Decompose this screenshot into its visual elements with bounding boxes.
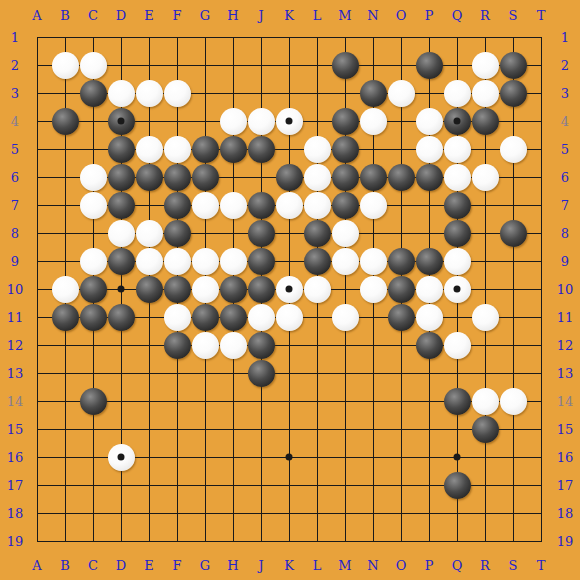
intersection-O4[interactable]: [387, 107, 415, 135]
intersection-M10[interactable]: [331, 275, 359, 303]
intersection-N13[interactable]: [359, 359, 387, 387]
intersection-Q3[interactable]: [443, 79, 471, 107]
intersection-T17[interactable]: [527, 471, 555, 499]
intersection-M5[interactable]: [331, 135, 359, 163]
intersection-J7[interactable]: [247, 191, 275, 219]
intersection-K14[interactable]: [275, 387, 303, 415]
intersection-Q5[interactable]: [443, 135, 471, 163]
intersection-H9[interactable]: [219, 247, 247, 275]
intersection-J11[interactable]: [247, 303, 275, 331]
intersection-M15[interactable]: [331, 415, 359, 443]
intersection-R19[interactable]: [471, 527, 499, 555]
intersection-H18[interactable]: [219, 499, 247, 527]
intersection-D8[interactable]: [107, 219, 135, 247]
intersection-B9[interactable]: [51, 247, 79, 275]
intersection-G2[interactable]: [191, 51, 219, 79]
intersection-F11[interactable]: [163, 303, 191, 331]
intersection-F9[interactable]: [163, 247, 191, 275]
intersection-D18[interactable]: [107, 499, 135, 527]
intersection-K12[interactable]: [275, 331, 303, 359]
intersection-H10[interactable]: [219, 275, 247, 303]
intersection-O14[interactable]: [387, 387, 415, 415]
intersection-H19[interactable]: [219, 527, 247, 555]
intersection-N18[interactable]: [359, 499, 387, 527]
intersection-S12[interactable]: [499, 331, 527, 359]
intersection-T15[interactable]: [527, 415, 555, 443]
intersection-N11[interactable]: [359, 303, 387, 331]
intersection-T13[interactable]: [527, 359, 555, 387]
intersection-J13[interactable]: [247, 359, 275, 387]
intersection-H4[interactable]: [219, 107, 247, 135]
intersection-P13[interactable]: [415, 359, 443, 387]
intersection-L19[interactable]: [303, 527, 331, 555]
intersection-O7[interactable]: [387, 191, 415, 219]
intersection-K17[interactable]: [275, 471, 303, 499]
intersection-C13[interactable]: [79, 359, 107, 387]
intersection-G4[interactable]: [191, 107, 219, 135]
intersection-A1[interactable]: [23, 23, 51, 51]
intersection-M1[interactable]: [331, 23, 359, 51]
intersection-R5[interactable]: [471, 135, 499, 163]
intersection-T16[interactable]: [527, 443, 555, 471]
intersection-R9[interactable]: [471, 247, 499, 275]
intersection-F18[interactable]: [163, 499, 191, 527]
intersection-B12[interactable]: [51, 331, 79, 359]
intersection-R6[interactable]: [471, 163, 499, 191]
intersection-R11[interactable]: [471, 303, 499, 331]
intersection-D6[interactable]: [107, 163, 135, 191]
intersection-M7[interactable]: [331, 191, 359, 219]
intersection-R2[interactable]: [471, 51, 499, 79]
intersection-A11[interactable]: [23, 303, 51, 331]
intersection-K11[interactable]: [275, 303, 303, 331]
intersection-G19[interactable]: [191, 527, 219, 555]
intersection-F6[interactable]: [163, 163, 191, 191]
intersection-D19[interactable]: [107, 527, 135, 555]
intersection-R16[interactable]: [471, 443, 499, 471]
intersection-Q1[interactable]: [443, 23, 471, 51]
intersection-A5[interactable]: [23, 135, 51, 163]
intersection-M14[interactable]: [331, 387, 359, 415]
intersection-E5[interactable]: [135, 135, 163, 163]
intersection-S10[interactable]: [499, 275, 527, 303]
intersection-F16[interactable]: [163, 443, 191, 471]
intersection-T19[interactable]: [527, 527, 555, 555]
intersection-S18[interactable]: [499, 499, 527, 527]
intersection-H14[interactable]: [219, 387, 247, 415]
intersection-A8[interactable]: [23, 219, 51, 247]
intersection-S15[interactable]: [499, 415, 527, 443]
intersection-A6[interactable]: [23, 163, 51, 191]
intersection-M11[interactable]: [331, 303, 359, 331]
intersection-B14[interactable]: [51, 387, 79, 415]
intersection-A10[interactable]: [23, 275, 51, 303]
intersection-B19[interactable]: [51, 527, 79, 555]
intersection-P5[interactable]: [415, 135, 443, 163]
intersection-A15[interactable]: [23, 415, 51, 443]
intersection-C12[interactable]: [79, 331, 107, 359]
intersection-R4[interactable]: [471, 107, 499, 135]
intersection-L18[interactable]: [303, 499, 331, 527]
intersection-D3[interactable]: [107, 79, 135, 107]
intersection-A3[interactable]: [23, 79, 51, 107]
intersection-G5[interactable]: [191, 135, 219, 163]
intersection-N17[interactable]: [359, 471, 387, 499]
intersection-M2[interactable]: [331, 51, 359, 79]
intersection-R13[interactable]: [471, 359, 499, 387]
intersection-C19[interactable]: [79, 527, 107, 555]
intersection-R18[interactable]: [471, 499, 499, 527]
intersection-J16[interactable]: [247, 443, 275, 471]
intersection-K7[interactable]: [275, 191, 303, 219]
intersection-F4[interactable]: [163, 107, 191, 135]
intersection-Q2[interactable]: [443, 51, 471, 79]
intersection-J19[interactable]: [247, 527, 275, 555]
intersection-E11[interactable]: [135, 303, 163, 331]
intersection-L2[interactable]: [303, 51, 331, 79]
intersection-T7[interactable]: [527, 191, 555, 219]
intersection-Q7[interactable]: [443, 191, 471, 219]
intersection-M16[interactable]: [331, 443, 359, 471]
intersection-T6[interactable]: [527, 163, 555, 191]
intersection-O9[interactable]: [387, 247, 415, 275]
intersection-T10[interactable]: [527, 275, 555, 303]
intersection-J1[interactable]: [247, 23, 275, 51]
intersection-A12[interactable]: [23, 331, 51, 359]
intersection-N6[interactable]: [359, 163, 387, 191]
intersection-C8[interactable]: [79, 219, 107, 247]
intersection-G14[interactable]: [191, 387, 219, 415]
intersection-K5[interactable]: [275, 135, 303, 163]
intersection-B1[interactable]: [51, 23, 79, 51]
intersection-H5[interactable]: [219, 135, 247, 163]
intersection-B7[interactable]: [51, 191, 79, 219]
intersection-L10[interactable]: [303, 275, 331, 303]
intersection-G1[interactable]: [191, 23, 219, 51]
intersection-K1[interactable]: [275, 23, 303, 51]
intersection-O13[interactable]: [387, 359, 415, 387]
intersection-A16[interactable]: [23, 443, 51, 471]
intersection-S17[interactable]: [499, 471, 527, 499]
intersection-R3[interactable]: [471, 79, 499, 107]
intersection-L14[interactable]: [303, 387, 331, 415]
intersection-J8[interactable]: [247, 219, 275, 247]
intersection-G9[interactable]: [191, 247, 219, 275]
intersection-P15[interactable]: [415, 415, 443, 443]
intersection-K9[interactable]: [275, 247, 303, 275]
intersection-C9[interactable]: [79, 247, 107, 275]
intersection-J2[interactable]: [247, 51, 275, 79]
intersection-J3[interactable]: [247, 79, 275, 107]
intersection-E1[interactable]: [135, 23, 163, 51]
intersection-D7[interactable]: [107, 191, 135, 219]
intersection-C1[interactable]: [79, 23, 107, 51]
intersection-O11[interactable]: [387, 303, 415, 331]
intersection-D15[interactable]: [107, 415, 135, 443]
intersection-P11[interactable]: [415, 303, 443, 331]
intersection-P9[interactable]: [415, 247, 443, 275]
intersection-B8[interactable]: [51, 219, 79, 247]
intersection-R7[interactable]: [471, 191, 499, 219]
intersection-N4[interactable]: [359, 107, 387, 135]
intersection-B4[interactable]: [51, 107, 79, 135]
intersection-P6[interactable]: [415, 163, 443, 191]
intersection-D17[interactable]: [107, 471, 135, 499]
intersection-E6[interactable]: [135, 163, 163, 191]
intersection-L8[interactable]: [303, 219, 331, 247]
intersection-K18[interactable]: [275, 499, 303, 527]
intersection-M4[interactable]: [331, 107, 359, 135]
intersection-F13[interactable]: [163, 359, 191, 387]
intersection-D13[interactable]: [107, 359, 135, 387]
intersection-H1[interactable]: [219, 23, 247, 51]
intersection-J14[interactable]: [247, 387, 275, 415]
intersection-E13[interactable]: [135, 359, 163, 387]
intersection-M18[interactable]: [331, 499, 359, 527]
intersection-G6[interactable]: [191, 163, 219, 191]
intersection-C4[interactable]: [79, 107, 107, 135]
intersection-A18[interactable]: [23, 499, 51, 527]
intersection-E17[interactable]: [135, 471, 163, 499]
intersection-M6[interactable]: [331, 163, 359, 191]
intersection-R15[interactable]: [471, 415, 499, 443]
intersection-N9[interactable]: [359, 247, 387, 275]
intersection-N14[interactable]: [359, 387, 387, 415]
intersection-D2[interactable]: [107, 51, 135, 79]
intersection-R10[interactable]: [471, 275, 499, 303]
intersection-B15[interactable]: [51, 415, 79, 443]
intersection-H13[interactable]: [219, 359, 247, 387]
intersection-O18[interactable]: [387, 499, 415, 527]
intersection-D11[interactable]: [107, 303, 135, 331]
intersection-K3[interactable]: [275, 79, 303, 107]
intersection-P10[interactable]: [415, 275, 443, 303]
intersection-Q14[interactable]: [443, 387, 471, 415]
intersection-F8[interactable]: [163, 219, 191, 247]
intersection-Q19[interactable]: [443, 527, 471, 555]
intersection-M17[interactable]: [331, 471, 359, 499]
intersection-R8[interactable]: [471, 219, 499, 247]
intersection-R14[interactable]: [471, 387, 499, 415]
intersection-E19[interactable]: [135, 527, 163, 555]
intersection-O2[interactable]: [387, 51, 415, 79]
intersection-G10[interactable]: [191, 275, 219, 303]
intersection-C14[interactable]: [79, 387, 107, 415]
intersection-C10[interactable]: [79, 275, 107, 303]
intersection-T5[interactable]: [527, 135, 555, 163]
intersection-A9[interactable]: [23, 247, 51, 275]
intersection-G17[interactable]: [191, 471, 219, 499]
intersection-B16[interactable]: [51, 443, 79, 471]
intersection-B2[interactable]: [51, 51, 79, 79]
intersection-M13[interactable]: [331, 359, 359, 387]
intersection-H12[interactable]: [219, 331, 247, 359]
intersection-C3[interactable]: [79, 79, 107, 107]
intersection-P2[interactable]: [415, 51, 443, 79]
intersection-R1[interactable]: [471, 23, 499, 51]
intersection-M19[interactable]: [331, 527, 359, 555]
intersection-N8[interactable]: [359, 219, 387, 247]
intersection-O3[interactable]: [387, 79, 415, 107]
intersection-E16[interactable]: [135, 443, 163, 471]
intersection-S16[interactable]: [499, 443, 527, 471]
intersection-D12[interactable]: [107, 331, 135, 359]
intersection-P8[interactable]: [415, 219, 443, 247]
intersection-B3[interactable]: [51, 79, 79, 107]
intersection-E12[interactable]: [135, 331, 163, 359]
intersection-L12[interactable]: [303, 331, 331, 359]
intersection-O6[interactable]: [387, 163, 415, 191]
intersection-J18[interactable]: [247, 499, 275, 527]
intersection-N3[interactable]: [359, 79, 387, 107]
intersection-Q9[interactable]: [443, 247, 471, 275]
intersection-L1[interactable]: [303, 23, 331, 51]
intersection-P12[interactable]: [415, 331, 443, 359]
intersection-H6[interactable]: [219, 163, 247, 191]
intersection-T18[interactable]: [527, 499, 555, 527]
intersection-G11[interactable]: [191, 303, 219, 331]
intersection-S19[interactable]: [499, 527, 527, 555]
intersection-H8[interactable]: [219, 219, 247, 247]
intersection-F7[interactable]: [163, 191, 191, 219]
intersection-N15[interactable]: [359, 415, 387, 443]
intersection-S11[interactable]: [499, 303, 527, 331]
intersection-F10[interactable]: [163, 275, 191, 303]
intersection-G7[interactable]: [191, 191, 219, 219]
intersection-L6[interactable]: [303, 163, 331, 191]
intersection-H7[interactable]: [219, 191, 247, 219]
intersection-T1[interactable]: [527, 23, 555, 51]
intersection-K8[interactable]: [275, 219, 303, 247]
intersection-C2[interactable]: [79, 51, 107, 79]
intersection-T2[interactable]: [527, 51, 555, 79]
intersection-L13[interactable]: [303, 359, 331, 387]
intersection-P14[interactable]: [415, 387, 443, 415]
intersection-P4[interactable]: [415, 107, 443, 135]
intersection-E2[interactable]: [135, 51, 163, 79]
intersection-A14[interactable]: [23, 387, 51, 415]
intersection-F1[interactable]: [163, 23, 191, 51]
intersection-H16[interactable]: [219, 443, 247, 471]
intersection-Q12[interactable]: [443, 331, 471, 359]
intersection-T14[interactable]: [527, 387, 555, 415]
intersection-B6[interactable]: [51, 163, 79, 191]
intersection-P18[interactable]: [415, 499, 443, 527]
intersection-G16[interactable]: [191, 443, 219, 471]
intersection-C5[interactable]: [79, 135, 107, 163]
intersection-H3[interactable]: [219, 79, 247, 107]
intersection-K6[interactable]: [275, 163, 303, 191]
intersection-B11[interactable]: [51, 303, 79, 331]
intersection-M12[interactable]: [331, 331, 359, 359]
intersection-T12[interactable]: [527, 331, 555, 359]
intersection-E18[interactable]: [135, 499, 163, 527]
intersection-K19[interactable]: [275, 527, 303, 555]
intersection-A13[interactable]: [23, 359, 51, 387]
intersection-E8[interactable]: [135, 219, 163, 247]
intersection-P7[interactable]: [415, 191, 443, 219]
intersection-P19[interactable]: [415, 527, 443, 555]
intersection-H17[interactable]: [219, 471, 247, 499]
intersection-P3[interactable]: [415, 79, 443, 107]
intersection-B17[interactable]: [51, 471, 79, 499]
intersection-O8[interactable]: [387, 219, 415, 247]
intersection-Q11[interactable]: [443, 303, 471, 331]
intersection-G3[interactable]: [191, 79, 219, 107]
intersection-J10[interactable]: [247, 275, 275, 303]
intersection-T9[interactable]: [527, 247, 555, 275]
intersection-C6[interactable]: [79, 163, 107, 191]
intersection-P1[interactable]: [415, 23, 443, 51]
intersection-G12[interactable]: [191, 331, 219, 359]
intersection-F17[interactable]: [163, 471, 191, 499]
intersection-E15[interactable]: [135, 415, 163, 443]
intersection-A17[interactable]: [23, 471, 51, 499]
intersection-J17[interactable]: [247, 471, 275, 499]
intersection-Q15[interactable]: [443, 415, 471, 443]
intersection-Q18[interactable]: [443, 499, 471, 527]
intersection-F12[interactable]: [163, 331, 191, 359]
intersection-J4[interactable]: [247, 107, 275, 135]
intersection-A2[interactable]: [23, 51, 51, 79]
intersection-S8[interactable]: [499, 219, 527, 247]
intersection-O17[interactable]: [387, 471, 415, 499]
intersection-S1[interactable]: [499, 23, 527, 51]
intersection-D1[interactable]: [107, 23, 135, 51]
intersection-B10[interactable]: [51, 275, 79, 303]
intersection-N10[interactable]: [359, 275, 387, 303]
intersection-J6[interactable]: [247, 163, 275, 191]
intersection-F5[interactable]: [163, 135, 191, 163]
intersection-C11[interactable]: [79, 303, 107, 331]
intersection-M9[interactable]: [331, 247, 359, 275]
intersection-E4[interactable]: [135, 107, 163, 135]
intersection-L9[interactable]: [303, 247, 331, 275]
intersection-Q17[interactable]: [443, 471, 471, 499]
intersection-G13[interactable]: [191, 359, 219, 387]
intersection-S6[interactable]: [499, 163, 527, 191]
intersection-O5[interactable]: [387, 135, 415, 163]
intersection-G15[interactable]: [191, 415, 219, 443]
intersection-T8[interactable]: [527, 219, 555, 247]
intersection-N19[interactable]: [359, 527, 387, 555]
intersection-C16[interactable]: [79, 443, 107, 471]
intersection-N1[interactable]: [359, 23, 387, 51]
intersection-L5[interactable]: [303, 135, 331, 163]
intersection-L4[interactable]: [303, 107, 331, 135]
intersection-D14[interactable]: [107, 387, 135, 415]
intersection-F15[interactable]: [163, 415, 191, 443]
intersection-J9[interactable]: [247, 247, 275, 275]
intersection-F2[interactable]: [163, 51, 191, 79]
intersection-A4[interactable]: [23, 107, 51, 135]
intersection-A19[interactable]: [23, 527, 51, 555]
intersection-S14[interactable]: [499, 387, 527, 415]
intersection-E9[interactable]: [135, 247, 163, 275]
intersection-B13[interactable]: [51, 359, 79, 387]
intersection-S7[interactable]: [499, 191, 527, 219]
intersection-F19[interactable]: [163, 527, 191, 555]
intersection-E3[interactable]: [135, 79, 163, 107]
intersection-G8[interactable]: [191, 219, 219, 247]
intersection-K13[interactable]: [275, 359, 303, 387]
go-board[interactable]: AABBCCDDEEFFGGHHJJKKLLMMNNOOPPQQRRSSTT11…: [0, 0, 580, 580]
intersection-R12[interactable]: [471, 331, 499, 359]
intersection-T11[interactable]: [527, 303, 555, 331]
intersection-P16[interactable]: [415, 443, 443, 471]
intersection-J12[interactable]: [247, 331, 275, 359]
intersection-M8[interactable]: [331, 219, 359, 247]
